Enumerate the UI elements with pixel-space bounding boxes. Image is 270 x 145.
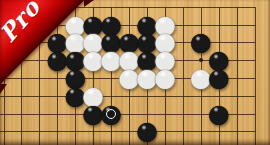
- pro-ribbon-label: Pro: [0, 0, 48, 49]
- stone-glyph: ●: [136, 118, 158, 143]
- black-stone-17-7[interactable]: ●: [210, 105, 228, 123]
- last-move-circle-marker: [106, 109, 116, 119]
- white-stone-14-5[interactable]: ●: [156, 69, 174, 87]
- go-board-screen: ●●●●●●●●●●●●●●●●●●●●●●●●●●●●●●●●● Pro: [0, 0, 270, 145]
- stone-glyph: ●: [154, 65, 176, 90]
- black-stone-17-5[interactable]: ●: [210, 69, 228, 87]
- grid-vline: [255, 7, 256, 145]
- grid-vline: [183, 7, 184, 145]
- black-stone-11-7[interactable]: ●: [102, 105, 120, 123]
- grid-hline: [0, 131, 255, 132]
- star-point: [199, 58, 203, 62]
- stone-glyph: ●: [208, 101, 230, 126]
- grid-hline: [0, 96, 255, 97]
- stone-glyph: ●: [208, 65, 230, 90]
- black-stone-13-8[interactable]: ●: [138, 122, 156, 140]
- grid-vline: [237, 7, 238, 145]
